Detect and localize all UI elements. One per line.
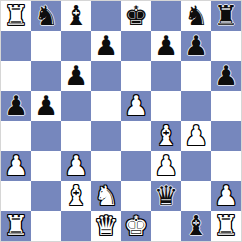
piece-white-rook[interactable]: ♜ <box>4 211 28 241</box>
piece-black-bishop[interactable]: ♝ <box>64 1 88 31</box>
piece-white-pawn[interactable]: ♟ <box>4 151 28 181</box>
square-g2[interactable] <box>181 181 211 211</box>
square-a4[interactable] <box>1 121 31 151</box>
piece-white-bishop[interactable]: ♝ <box>154 121 178 151</box>
piece-black-knight[interactable]: ♞ <box>184 1 208 31</box>
square-d6[interactable] <box>91 61 121 91</box>
piece-white-pawn[interactable]: ♟ <box>184 121 208 151</box>
square-h2[interactable]: ♟ <box>211 181 241 211</box>
square-f4[interactable]: ♝ <box>151 121 181 151</box>
piece-black-king[interactable]: ♚ <box>124 1 148 31</box>
square-g8[interactable]: ♞ <box>181 1 211 31</box>
square-c8[interactable]: ♝ <box>61 1 91 31</box>
square-d1[interactable]: ♛ <box>91 211 121 241</box>
square-a8[interactable]: ♜ <box>1 1 31 31</box>
square-e3[interactable] <box>121 151 151 181</box>
square-h8[interactable]: ♜ <box>211 1 241 31</box>
square-c4[interactable] <box>61 121 91 151</box>
piece-black-bishop[interactable]: ♝ <box>184 211 208 241</box>
square-f3[interactable]: ♟ <box>151 151 181 181</box>
square-e7[interactable] <box>121 31 151 61</box>
square-g5[interactable] <box>181 91 211 121</box>
square-h7[interactable] <box>211 31 241 61</box>
square-c5[interactable] <box>61 91 91 121</box>
square-c1[interactable] <box>61 211 91 241</box>
piece-black-pawn[interactable]: ♟ <box>34 91 58 121</box>
square-c6[interactable]: ♟ <box>61 61 91 91</box>
square-f5[interactable] <box>151 91 181 121</box>
piece-white-pawn[interactable]: ♟ <box>214 181 238 211</box>
chess-board: ♜♞♝♚♞♜♟♟♟♟♟♟♟♟♝♟♟♟♟♝♞♛♟♜♛♚♝♜ <box>1 1 241 241</box>
square-h5[interactable] <box>211 91 241 121</box>
square-f8[interactable] <box>151 1 181 31</box>
square-b4[interactable] <box>31 121 61 151</box>
piece-black-pawn[interactable]: ♟ <box>154 31 178 61</box>
piece-black-pawn[interactable]: ♟ <box>94 31 118 61</box>
piece-white-pawn[interactable]: ♟ <box>154 151 178 181</box>
piece-white-queen[interactable]: ♛ <box>94 211 118 241</box>
square-b1[interactable] <box>31 211 61 241</box>
square-d2[interactable]: ♞ <box>91 181 121 211</box>
square-b6[interactable] <box>31 61 61 91</box>
piece-white-rook[interactable]: ♜ <box>4 1 28 31</box>
square-f2[interactable]: ♛ <box>151 181 181 211</box>
square-d8[interactable] <box>91 1 121 31</box>
square-h1[interactable]: ♜ <box>211 211 241 241</box>
square-h4[interactable] <box>211 121 241 151</box>
square-b2[interactable] <box>31 181 61 211</box>
square-f7[interactable]: ♟ <box>151 31 181 61</box>
square-e2[interactable] <box>121 181 151 211</box>
chess-board-frame: ♜♞♝♚♞♜♟♟♟♟♟♟♟♟♝♟♟♟♟♝♞♛♟♜♛♚♝♜ <box>0 0 242 242</box>
square-e1[interactable]: ♚ <box>121 211 151 241</box>
square-e6[interactable] <box>121 61 151 91</box>
square-f1[interactable] <box>151 211 181 241</box>
piece-black-pawn[interactable]: ♟ <box>64 61 88 91</box>
piece-black-knight[interactable]: ♞ <box>34 1 58 31</box>
square-b8[interactable]: ♞ <box>31 1 61 31</box>
square-e4[interactable] <box>121 121 151 151</box>
square-b3[interactable] <box>31 151 61 181</box>
square-a5[interactable]: ♟ <box>1 91 31 121</box>
piece-black-pawn[interactable]: ♟ <box>214 61 238 91</box>
piece-white-knight[interactable]: ♞ <box>94 181 118 211</box>
square-a1[interactable]: ♜ <box>1 211 31 241</box>
square-c2[interactable]: ♝ <box>61 181 91 211</box>
square-d4[interactable] <box>91 121 121 151</box>
piece-white-pawn[interactable]: ♟ <box>124 91 148 121</box>
square-g1[interactable]: ♝ <box>181 211 211 241</box>
square-h3[interactable] <box>211 151 241 181</box>
square-d5[interactable] <box>91 91 121 121</box>
square-a6[interactable] <box>1 61 31 91</box>
piece-black-pawn[interactable]: ♟ <box>4 91 28 121</box>
square-a2[interactable] <box>1 181 31 211</box>
square-h6[interactable]: ♟ <box>211 61 241 91</box>
square-c3[interactable]: ♟ <box>61 151 91 181</box>
square-g3[interactable] <box>181 151 211 181</box>
square-g6[interactable] <box>181 61 211 91</box>
square-a3[interactable]: ♟ <box>1 151 31 181</box>
square-a7[interactable] <box>1 31 31 61</box>
square-g7[interactable]: ♟ <box>181 31 211 61</box>
piece-white-pawn[interactable]: ♟ <box>64 151 88 181</box>
square-b5[interactable]: ♟ <box>31 91 61 121</box>
piece-black-queen[interactable]: ♛ <box>154 181 178 211</box>
piece-white-rook[interactable]: ♜ <box>214 211 238 241</box>
square-f6[interactable] <box>151 61 181 91</box>
square-d7[interactable]: ♟ <box>91 31 121 61</box>
square-c7[interactable] <box>61 31 91 61</box>
square-b7[interactable] <box>31 31 61 61</box>
piece-white-bishop[interactable]: ♝ <box>64 181 88 211</box>
piece-black-rook[interactable]: ♜ <box>214 1 238 31</box>
square-e8[interactable]: ♚ <box>121 1 151 31</box>
square-d3[interactable] <box>91 151 121 181</box>
square-g4[interactable]: ♟ <box>181 121 211 151</box>
piece-white-king[interactable]: ♚ <box>124 211 148 241</box>
piece-black-pawn[interactable]: ♟ <box>184 31 208 61</box>
square-e5[interactable]: ♟ <box>121 91 151 121</box>
